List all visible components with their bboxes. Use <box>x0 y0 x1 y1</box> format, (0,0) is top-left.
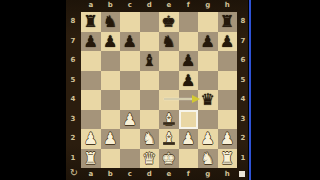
square-d5[interactable] <box>140 71 160 91</box>
white-rook[interactable]: ♜ <box>218 149 238 169</box>
black-knight[interactable]: ♞ <box>101 12 121 32</box>
square-h4[interactable] <box>218 90 238 110</box>
square-f3[interactable] <box>179 110 199 130</box>
black-pawn[interactable]: ♟ <box>179 71 199 91</box>
square-g8[interactable] <box>198 12 218 32</box>
square-f7[interactable] <box>179 32 199 52</box>
file-label-bottom-c: c <box>120 171 140 178</box>
square-g5[interactable] <box>198 71 218 91</box>
square-f2[interactable]: ♟ <box>179 129 199 149</box>
square-e4[interactable] <box>159 90 179 110</box>
black-rook[interactable]: ♜ <box>81 12 101 32</box>
square-h1[interactable]: ♜ <box>218 149 238 169</box>
rank-label-right-7: 7 <box>238 38 248 45</box>
square-d1[interactable]: ♛ <box>140 149 160 169</box>
white-pawn[interactable]: ♟ <box>101 129 121 149</box>
stop-icon[interactable] <box>239 171 245 177</box>
black-king[interactable]: ♚ <box>159 12 179 32</box>
annotation-arrow-head <box>192 95 200 103</box>
black-rook[interactable]: ♜ <box>218 12 238 32</box>
square-b8[interactable]: ♞ <box>101 12 121 32</box>
square-b3[interactable] <box>101 110 121 130</box>
rank-label-left-8: 8 <box>68 18 78 25</box>
square-c6[interactable] <box>120 51 140 71</box>
rank-label-left-3: 3 <box>68 116 78 123</box>
rank-label-left-5: 5 <box>68 77 78 84</box>
piece-label-band <box>163 122 175 125</box>
rank-label-left-7: 7 <box>68 38 78 45</box>
square-a4[interactable] <box>81 90 101 110</box>
square-c7[interactable]: ♟ <box>120 32 140 52</box>
square-a6[interactable] <box>81 51 101 71</box>
piece-label-band <box>163 142 175 145</box>
white-pawn[interactable]: ♟ <box>198 129 218 149</box>
square-b1[interactable] <box>101 149 121 169</box>
black-pawn[interactable]: ♟ <box>179 51 199 71</box>
rank-label-right-5: 5 <box>238 77 248 84</box>
white-bishop[interactable]: ♝ <box>159 110 179 130</box>
file-label-bottom-d: d <box>140 171 160 178</box>
square-e2[interactable]: ♝ <box>159 129 179 149</box>
square-f1[interactable] <box>179 149 199 169</box>
square-f6[interactable]: ♟ <box>179 51 199 71</box>
square-d6[interactable]: ♝ <box>140 51 160 71</box>
square-e8[interactable]: ♚ <box>159 12 179 32</box>
board-edge-blue-line <box>249 0 251 180</box>
white-bishop[interactable]: ♝ <box>159 129 179 149</box>
file-label-top-g: g <box>198 2 218 9</box>
white-pawn[interactable]: ♟ <box>218 129 238 149</box>
rank-label-left-6: 6 <box>68 57 78 64</box>
black-pawn[interactable]: ♟ <box>218 32 238 52</box>
square-b4[interactable] <box>101 90 121 110</box>
white-pawn[interactable]: ♟ <box>81 129 101 149</box>
square-g1[interactable]: ♞ <box>198 149 218 169</box>
file-label-top-c: c <box>120 2 140 9</box>
square-c1[interactable] <box>120 149 140 169</box>
square-h6[interactable] <box>218 51 238 71</box>
square-g4[interactable]: ♛ <box>198 90 218 110</box>
white-pawn[interactable]: ♟ <box>120 110 140 130</box>
square-g2[interactable]: ♟ <box>198 129 218 149</box>
black-pawn[interactable]: ♟ <box>198 32 218 52</box>
file-label-top-d: d <box>140 2 160 9</box>
square-g3[interactable] <box>198 110 218 130</box>
square-c8[interactable] <box>120 12 140 32</box>
file-label-top-f: f <box>179 2 199 9</box>
square-f5[interactable]: ♟ <box>179 71 199 91</box>
square-f8[interactable] <box>179 12 199 32</box>
file-label-bottom-e: e <box>159 171 179 178</box>
square-e3[interactable]: ♝ <box>159 110 179 130</box>
square-c5[interactable] <box>120 71 140 91</box>
square-a2[interactable]: ♟ <box>81 129 101 149</box>
square-a1[interactable]: ♜ <box>81 149 101 169</box>
square-a7[interactable]: ♟ <box>81 32 101 52</box>
square-d4[interactable] <box>140 90 160 110</box>
square-d2[interactable]: ♞ <box>140 129 160 149</box>
square-c4[interactable] <box>120 90 140 110</box>
chess-board: ♜♞♚♜♟♟♟♞♟♟♝♟♟♛♟♝♟♟♞♝♟♟♟♜♛♚♞♜ <box>81 12 237 168</box>
white-knight[interactable]: ♞ <box>140 129 160 149</box>
square-h7[interactable]: ♟ <box>218 32 238 52</box>
square-b6[interactable] <box>101 51 121 71</box>
white-knight[interactable]: ♞ <box>198 149 218 169</box>
square-b7[interactable]: ♟ <box>101 32 121 52</box>
square-h3[interactable] <box>218 110 238 130</box>
white-queen[interactable]: ♛ <box>140 149 160 169</box>
black-queen[interactable]: ♛ <box>198 90 218 110</box>
black-pawn[interactable]: ♟ <box>101 32 121 52</box>
rank-label-left-4: 4 <box>68 96 78 103</box>
square-e6[interactable] <box>159 51 179 71</box>
square-h8[interactable]: ♜ <box>218 12 238 32</box>
file-label-top-a: a <box>81 2 101 9</box>
rank-label-right-8: 8 <box>238 18 248 25</box>
square-g7[interactable]: ♟ <box>198 32 218 52</box>
square-a8[interactable]: ♜ <box>81 12 101 32</box>
file-label-top-e: e <box>159 2 179 9</box>
file-label-bottom-a: a <box>81 171 101 178</box>
rank-label-left-2: 2 <box>68 135 78 142</box>
square-g6[interactable] <box>198 51 218 71</box>
file-label-bottom-b: b <box>101 171 121 178</box>
white-king[interactable]: ♚ <box>159 149 179 169</box>
rank-label-right-4: 4 <box>238 96 248 103</box>
video-frame: abcdefgh abcdefgh 87654321 87654321 ♜♞♚♜… <box>0 0 320 180</box>
white-pawn[interactable]: ♟ <box>179 129 199 149</box>
square-d3[interactable] <box>140 110 160 130</box>
board-frame: abcdefgh abcdefgh 87654321 87654321 ♜♞♚♜… <box>66 0 248 180</box>
square-b5[interactable] <box>101 71 121 91</box>
rank-label-right-1: 1 <box>238 155 248 162</box>
rank-label-right-3: 3 <box>238 116 248 123</box>
square-c2[interactable] <box>120 129 140 149</box>
file-label-bottom-f: f <box>179 171 199 178</box>
square-e5[interactable] <box>159 71 179 91</box>
square-e1[interactable]: ♚ <box>159 149 179 169</box>
square-a3[interactable] <box>81 110 101 130</box>
rank-label-right-2: 2 <box>238 135 248 142</box>
file-label-top-h: h <box>218 2 238 9</box>
square-h2[interactable]: ♟ <box>218 129 238 149</box>
rank-label-left-1: 1 <box>68 155 78 162</box>
square-h5[interactable] <box>218 71 238 91</box>
file-label-top-b: b <box>101 2 121 9</box>
square-b2[interactable]: ♟ <box>101 129 121 149</box>
flip-board-icon[interactable]: ↻ <box>68 167 80 179</box>
black-knight[interactable]: ♞ <box>159 32 179 52</box>
file-label-bottom-h: h <box>218 171 238 178</box>
white-rook[interactable]: ♜ <box>81 149 101 169</box>
black-pawn[interactable]: ♟ <box>120 32 140 52</box>
annotation-arrow-line <box>164 98 193 100</box>
rank-label-right-6: 6 <box>238 57 248 64</box>
square-d8[interactable] <box>140 12 160 32</box>
file-label-bottom-g: g <box>198 171 218 178</box>
square-c3[interactable]: ♟ <box>120 110 140 130</box>
square-a5[interactable] <box>81 71 101 91</box>
square-d7[interactable] <box>140 32 160 52</box>
black-bishop[interactable]: ♝ <box>140 51 160 71</box>
black-pawn[interactable]: ♟ <box>81 32 101 52</box>
square-e7[interactable]: ♞ <box>159 32 179 52</box>
